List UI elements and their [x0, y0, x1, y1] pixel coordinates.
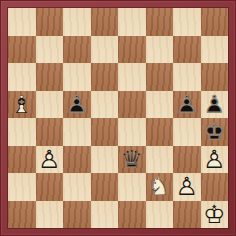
square-b3[interactable]: ♟♙	[36, 146, 64, 174]
square-f4[interactable]	[146, 118, 174, 146]
square-h3[interactable]: ♟♙	[201, 146, 229, 174]
square-h5[interactable]: ♟♙	[201, 91, 229, 119]
square-g7[interactable]	[173, 36, 201, 64]
square-d4[interactable]	[91, 118, 119, 146]
black-pawn-glyph-outline: ♙	[201, 91, 229, 119]
square-h1[interactable]: ♚♔	[201, 201, 229, 229]
square-h8[interactable]	[201, 8, 229, 36]
square-f5[interactable]	[146, 91, 174, 119]
square-g6[interactable]	[173, 63, 201, 91]
white-bishop-glyph-fill: ♝	[8, 91, 36, 119]
white-bishop-glyph-outline: ♗	[8, 91, 36, 119]
white-king-glyph-fill: ♚	[201, 201, 229, 229]
square-a2[interactable]	[8, 173, 36, 201]
white-pawn[interactable]: ♟♙	[173, 173, 201, 201]
square-h4[interactable]: ♚♔	[201, 118, 229, 146]
square-g2[interactable]: ♟♙	[173, 173, 201, 201]
black-king-glyph-fill: ♚	[201, 118, 229, 146]
square-g3[interactable]	[173, 146, 201, 174]
square-d2[interactable]	[91, 173, 119, 201]
square-a7[interactable]	[8, 36, 36, 64]
black-pawn-glyph-outline: ♙	[173, 91, 201, 119]
square-a8[interactable]	[8, 8, 36, 36]
square-f7[interactable]	[146, 36, 174, 64]
square-c2[interactable]	[63, 173, 91, 201]
square-e2[interactable]	[118, 173, 146, 201]
square-d1[interactable]	[91, 201, 119, 229]
black-queen-glyph-outline: ♕	[118, 146, 146, 174]
square-b7[interactable]	[36, 36, 64, 64]
square-c5[interactable]: ♟♙	[63, 91, 91, 119]
square-f6[interactable]	[146, 63, 174, 91]
square-e5[interactable]	[118, 91, 146, 119]
white-bishop[interactable]: ♝♗	[8, 91, 36, 119]
square-d8[interactable]	[91, 8, 119, 36]
white-knight-glyph-outline: ♘	[146, 173, 174, 201]
black-king-glyph-outline: ♔	[201, 118, 229, 146]
white-pawn-glyph-outline: ♙	[36, 146, 64, 174]
square-a1[interactable]	[8, 201, 36, 229]
square-b5[interactable]	[36, 91, 64, 119]
black-pawn-glyph-fill: ♟	[201, 91, 229, 119]
square-e7[interactable]	[118, 36, 146, 64]
square-e8[interactable]	[118, 8, 146, 36]
square-a5[interactable]: ♝♗	[8, 91, 36, 119]
square-e4[interactable]	[118, 118, 146, 146]
black-king[interactable]: ♚♔	[201, 118, 229, 146]
square-b1[interactable]	[36, 201, 64, 229]
square-d6[interactable]	[91, 63, 119, 91]
black-pawn-glyph-fill: ♟	[63, 91, 91, 119]
square-e6[interactable]	[118, 63, 146, 91]
board-frame: ♝♗♟♙♟♙♟♙♚♔♟♙♛♕♟♙♞♘♟♙♚♔	[0, 0, 236, 236]
black-pawn-glyph-fill: ♟	[173, 91, 201, 119]
square-h6[interactable]	[201, 63, 229, 91]
black-pawn[interactable]: ♟♙	[173, 91, 201, 119]
square-c6[interactable]	[63, 63, 91, 91]
white-pawn-glyph-outline: ♙	[173, 173, 201, 201]
white-king[interactable]: ♚♔	[201, 201, 229, 229]
white-pawn-glyph-fill: ♟	[173, 173, 201, 201]
square-c1[interactable]	[63, 201, 91, 229]
black-queen-glyph-fill: ♛	[118, 146, 146, 174]
white-king-glyph-outline: ♔	[201, 201, 229, 229]
square-g8[interactable]	[173, 8, 201, 36]
square-h7[interactable]	[201, 36, 229, 64]
square-f2[interactable]: ♞♘	[146, 173, 174, 201]
square-b8[interactable]	[36, 8, 64, 36]
square-f3[interactable]	[146, 146, 174, 174]
square-c3[interactable]	[63, 146, 91, 174]
chess-board: ♝♗♟♙♟♙♟♙♚♔♟♙♛♕♟♙♞♘♟♙♚♔	[8, 8, 228, 228]
square-b6[interactable]	[36, 63, 64, 91]
square-a6[interactable]	[8, 63, 36, 91]
square-f8[interactable]	[146, 8, 174, 36]
square-g4[interactable]	[173, 118, 201, 146]
white-pawn-glyph-fill: ♟	[36, 146, 64, 174]
square-c7[interactable]	[63, 36, 91, 64]
white-knight[interactable]: ♞♘	[146, 173, 174, 201]
square-a4[interactable]	[8, 118, 36, 146]
black-queen[interactable]: ♛♕	[118, 146, 146, 174]
black-pawn-glyph-outline: ♙	[63, 91, 91, 119]
square-f1[interactable]	[146, 201, 174, 229]
white-pawn-glyph-fill: ♟	[201, 146, 229, 174]
square-d7[interactable]	[91, 36, 119, 64]
black-pawn[interactable]: ♟♙	[63, 91, 91, 119]
white-pawn[interactable]: ♟♙	[36, 146, 64, 174]
white-knight-glyph-fill: ♞	[146, 173, 174, 201]
square-b2[interactable]	[36, 173, 64, 201]
white-pawn-glyph-outline: ♙	[201, 146, 229, 174]
square-b4[interactable]	[36, 118, 64, 146]
square-d5[interactable]	[91, 91, 119, 119]
square-h2[interactable]	[201, 173, 229, 201]
square-d3[interactable]	[91, 146, 119, 174]
square-g1[interactable]	[173, 201, 201, 229]
square-g5[interactable]: ♟♙	[173, 91, 201, 119]
square-e1[interactable]	[118, 201, 146, 229]
black-pawn[interactable]: ♟♙	[201, 91, 229, 119]
white-pawn[interactable]: ♟♙	[201, 146, 229, 174]
square-e3[interactable]: ♛♕	[118, 146, 146, 174]
square-a3[interactable]	[8, 146, 36, 174]
square-c8[interactable]	[63, 8, 91, 36]
square-c4[interactable]	[63, 118, 91, 146]
